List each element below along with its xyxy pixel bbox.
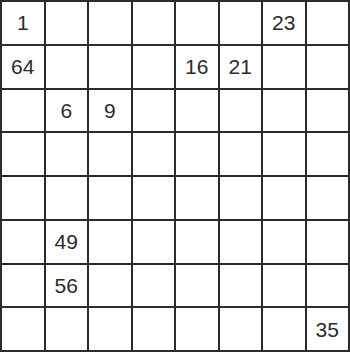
- cell-r7c8[interactable]: [307, 265, 349, 307]
- cell-r5c2[interactable]: [46, 177, 88, 219]
- cell-r3c1[interactable]: [2, 90, 44, 132]
- cell-r3c4[interactable]: [133, 90, 175, 132]
- cell-r6c8[interactable]: [307, 221, 349, 263]
- cell-r4c7[interactable]: [263, 133, 305, 175]
- cell-r6c6[interactable]: [220, 221, 262, 263]
- cell-r5c6[interactable]: [220, 177, 262, 219]
- cell-r4c4[interactable]: [133, 133, 175, 175]
- cell-r1c7: 23: [263, 2, 305, 44]
- cell-r4c1[interactable]: [2, 133, 44, 175]
- cell-r5c1[interactable]: [2, 177, 44, 219]
- cell-r2c6: 21: [220, 46, 262, 88]
- cell-r8c6[interactable]: [220, 308, 262, 350]
- cell-r4c2[interactable]: [46, 133, 88, 175]
- cell-r8c4[interactable]: [133, 308, 175, 350]
- cell-r1c2[interactable]: [46, 2, 88, 44]
- cell-r1c6[interactable]: [220, 2, 262, 44]
- cell-r5c8[interactable]: [307, 177, 349, 219]
- cell-r6c4[interactable]: [133, 221, 175, 263]
- cell-r6c1[interactable]: [2, 221, 44, 263]
- cell-r5c5[interactable]: [176, 177, 218, 219]
- cell-r2c7[interactable]: [263, 46, 305, 88]
- cell-r8c2[interactable]: [46, 308, 88, 350]
- cell-r4c5[interactable]: [176, 133, 218, 175]
- cell-r3c3: 9: [89, 90, 131, 132]
- cell-r5c3[interactable]: [89, 177, 131, 219]
- cell-r8c3[interactable]: [89, 308, 131, 350]
- cell-r2c8[interactable]: [307, 46, 349, 88]
- cell-r4c6[interactable]: [220, 133, 262, 175]
- cell-r1c3[interactable]: [89, 2, 131, 44]
- cell-r8c1[interactable]: [2, 308, 44, 350]
- cell-r5c4[interactable]: [133, 177, 175, 219]
- cell-r3c6[interactable]: [220, 90, 262, 132]
- cell-r6c3[interactable]: [89, 221, 131, 263]
- cell-r2c5: 16: [176, 46, 218, 88]
- cell-r7c1[interactable]: [2, 265, 44, 307]
- cell-r8c8: 35: [307, 308, 349, 350]
- cell-r7c3[interactable]: [89, 265, 131, 307]
- cell-r7c4[interactable]: [133, 265, 175, 307]
- cell-r8c7[interactable]: [263, 308, 305, 350]
- cell-r7c5[interactable]: [176, 265, 218, 307]
- cell-r4c8[interactable]: [307, 133, 349, 175]
- cell-r7c2: 56: [46, 265, 88, 307]
- cell-r1c4[interactable]: [133, 2, 175, 44]
- cell-r2c1: 64: [2, 46, 44, 88]
- cell-r4c3[interactable]: [89, 133, 131, 175]
- cell-r3c7[interactable]: [263, 90, 305, 132]
- cell-r2c2[interactable]: [46, 46, 88, 88]
- cell-r3c2: 6: [46, 90, 88, 132]
- cell-r2c4[interactable]: [133, 46, 175, 88]
- cell-r5c7[interactable]: [263, 177, 305, 219]
- cell-r7c7[interactable]: [263, 265, 305, 307]
- cell-r8c5[interactable]: [176, 308, 218, 350]
- cell-r3c8[interactable]: [307, 90, 349, 132]
- cell-r6c5[interactable]: [176, 221, 218, 263]
- cell-r1c8[interactable]: [307, 2, 349, 44]
- cell-r1c5[interactable]: [176, 2, 218, 44]
- cell-r6c2: 49: [46, 221, 88, 263]
- cell-r6c7[interactable]: [263, 221, 305, 263]
- cell-r1c1: 1: [2, 2, 44, 44]
- cell-r7c6[interactable]: [220, 265, 262, 307]
- cell-r3c5[interactable]: [176, 90, 218, 132]
- cell-r2c3[interactable]: [89, 46, 131, 88]
- hidato-board: 12364162169495635: [0, 0, 350, 352]
